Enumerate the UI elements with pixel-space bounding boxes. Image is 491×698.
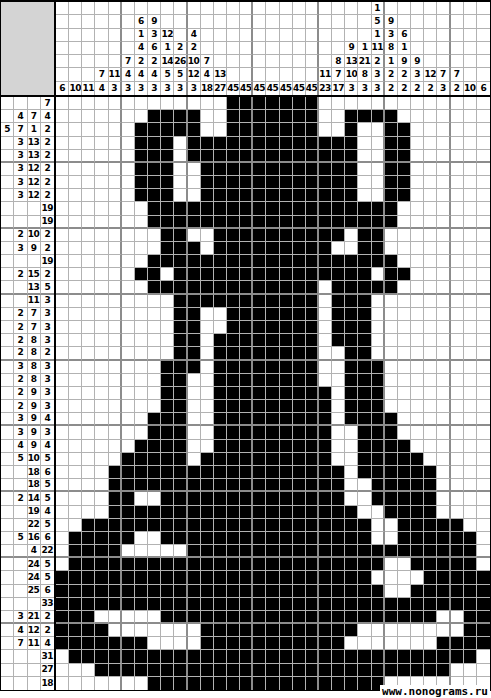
cell[interactable]	[424, 519, 437, 532]
cell[interactable]	[358, 268, 371, 281]
cell[interactable]	[253, 519, 266, 532]
cell[interactable]	[477, 176, 490, 189]
cell[interactable]	[95, 361, 108, 374]
cell[interactable]	[82, 242, 95, 255]
cell[interactable]	[174, 558, 187, 571]
cell[interactable]	[293, 202, 306, 215]
cell[interactable]	[95, 677, 108, 690]
cell[interactable]	[451, 202, 464, 215]
cell[interactable]	[293, 637, 306, 650]
cell[interactable]	[411, 637, 424, 650]
cell[interactable]	[240, 650, 253, 663]
cell[interactable]	[148, 189, 161, 202]
cell[interactable]	[385, 453, 398, 466]
cell[interactable]	[424, 176, 437, 189]
cell[interactable]	[372, 611, 385, 624]
cell[interactable]	[188, 440, 201, 453]
cell[interactable]	[385, 598, 398, 611]
cell[interactable]	[148, 321, 161, 334]
cell[interactable]	[464, 637, 477, 650]
cell[interactable]	[161, 347, 174, 360]
cell[interactable]	[148, 374, 161, 387]
cell[interactable]	[437, 545, 450, 558]
cell[interactable]	[358, 216, 371, 229]
cell[interactable]	[266, 229, 279, 242]
cell[interactable]	[56, 479, 69, 492]
cell[interactable]	[109, 150, 122, 163]
cell[interactable]	[385, 176, 398, 189]
cell[interactable]	[240, 479, 253, 492]
cell[interactable]	[437, 664, 450, 677]
cell[interactable]	[411, 506, 424, 519]
cell[interactable]	[253, 110, 266, 123]
cell[interactable]	[69, 137, 82, 150]
cell[interactable]	[161, 519, 174, 532]
cell[interactable]	[56, 585, 69, 598]
cell[interactable]	[69, 585, 82, 598]
cell[interactable]	[306, 611, 319, 624]
cell[interactable]	[69, 150, 82, 163]
cell[interactable]	[148, 281, 161, 294]
cell[interactable]	[148, 123, 161, 136]
cell[interactable]	[293, 571, 306, 584]
cell[interactable]	[240, 202, 253, 215]
cell[interactable]	[464, 216, 477, 229]
cell[interactable]	[148, 440, 161, 453]
cell[interactable]	[122, 281, 135, 294]
cell[interactable]	[240, 123, 253, 136]
cell[interactable]	[306, 255, 319, 268]
cell[interactable]	[56, 611, 69, 624]
cell[interactable]	[82, 176, 95, 189]
cell[interactable]	[161, 229, 174, 242]
cell[interactable]	[214, 664, 227, 677]
cell[interactable]	[69, 664, 82, 677]
cell[interactable]	[174, 361, 187, 374]
cell[interactable]	[240, 281, 253, 294]
cell[interactable]	[464, 585, 477, 598]
cell[interactable]	[122, 611, 135, 624]
cell[interactable]	[253, 97, 266, 110]
cell[interactable]	[161, 255, 174, 268]
cell[interactable]	[240, 624, 253, 637]
cell[interactable]	[188, 650, 201, 663]
cell[interactable]	[319, 387, 332, 400]
cell[interactable]	[464, 611, 477, 624]
cell[interactable]	[280, 545, 293, 558]
cell[interactable]	[174, 150, 187, 163]
cell[interactable]	[437, 110, 450, 123]
cell[interactable]	[464, 268, 477, 281]
cell[interactable]	[56, 202, 69, 215]
cell[interactable]	[319, 440, 332, 453]
cell[interactable]	[188, 400, 201, 413]
cell[interactable]	[56, 137, 69, 150]
cell[interactable]	[372, 229, 385, 242]
cell[interactable]	[161, 532, 174, 545]
cell[interactable]	[451, 281, 464, 294]
cell[interactable]	[148, 150, 161, 163]
cell[interactable]	[214, 650, 227, 663]
cell[interactable]	[398, 150, 411, 163]
cell[interactable]	[424, 479, 437, 492]
cell[interactable]	[372, 255, 385, 268]
cell[interactable]	[95, 545, 108, 558]
cell[interactable]	[398, 545, 411, 558]
cell[interactable]	[464, 466, 477, 479]
cell[interactable]	[174, 281, 187, 294]
cell[interactable]	[266, 585, 279, 598]
cell[interactable]	[358, 334, 371, 347]
cell[interactable]	[214, 97, 227, 110]
cell[interactable]	[122, 400, 135, 413]
cell[interactable]	[306, 545, 319, 558]
cell[interactable]	[345, 426, 358, 439]
cell[interactable]	[109, 216, 122, 229]
cell[interactable]	[56, 150, 69, 163]
cell[interactable]	[372, 453, 385, 466]
cell[interactable]	[161, 189, 174, 202]
cell[interactable]	[345, 677, 358, 690]
cell[interactable]	[214, 413, 227, 426]
cell[interactable]	[214, 506, 227, 519]
cell[interactable]	[280, 677, 293, 690]
cell[interactable]	[122, 571, 135, 584]
cell[interactable]	[135, 150, 148, 163]
cell[interactable]	[372, 585, 385, 598]
cell[interactable]	[319, 123, 332, 136]
cell[interactable]	[109, 506, 122, 519]
cell[interactable]	[82, 598, 95, 611]
cell[interactable]	[82, 677, 95, 690]
cell[interactable]	[240, 677, 253, 690]
cell[interactable]	[188, 216, 201, 229]
cell[interactable]	[174, 123, 187, 136]
cell[interactable]	[201, 400, 214, 413]
cell[interactable]	[345, 308, 358, 321]
cell[interactable]	[148, 295, 161, 308]
cell[interactable]	[201, 387, 214, 400]
cell[interactable]	[293, 268, 306, 281]
cell[interactable]	[135, 374, 148, 387]
cell[interactable]	[188, 163, 201, 176]
cell[interactable]	[451, 413, 464, 426]
cell[interactable]	[332, 571, 345, 584]
cell[interactable]	[464, 321, 477, 334]
cell[interactable]	[135, 123, 148, 136]
cell[interactable]	[280, 176, 293, 189]
cell[interactable]	[372, 571, 385, 584]
cell[interactable]	[174, 334, 187, 347]
cell[interactable]	[253, 189, 266, 202]
cell[interactable]	[227, 400, 240, 413]
cell[interactable]	[109, 242, 122, 255]
cell[interactable]	[69, 110, 82, 123]
cell[interactable]	[253, 361, 266, 374]
cell[interactable]	[82, 137, 95, 150]
cell[interactable]	[135, 242, 148, 255]
cell[interactable]	[109, 321, 122, 334]
cell[interactable]	[424, 123, 437, 136]
cell[interactable]	[69, 242, 82, 255]
cell[interactable]	[280, 400, 293, 413]
cell[interactable]	[319, 242, 332, 255]
cell[interactable]	[372, 321, 385, 334]
cell[interactable]	[82, 624, 95, 637]
cell[interactable]	[82, 189, 95, 202]
cell[interactable]	[464, 571, 477, 584]
cell[interactable]	[437, 321, 450, 334]
cell[interactable]	[358, 295, 371, 308]
cell[interactable]	[477, 347, 490, 360]
cell[interactable]	[358, 413, 371, 426]
cell[interactable]	[253, 479, 266, 492]
cell[interactable]	[372, 532, 385, 545]
cell[interactable]	[477, 400, 490, 413]
cell[interactable]	[174, 347, 187, 360]
cell[interactable]	[253, 242, 266, 255]
cell[interactable]	[332, 479, 345, 492]
cell[interactable]	[332, 229, 345, 242]
cell[interactable]	[332, 163, 345, 176]
cell[interactable]	[293, 426, 306, 439]
cell[interactable]	[188, 202, 201, 215]
cell[interactable]	[437, 216, 450, 229]
cell[interactable]	[253, 650, 266, 663]
cell[interactable]	[188, 545, 201, 558]
cell[interactable]	[398, 216, 411, 229]
cell[interactable]	[82, 202, 95, 215]
cell[interactable]	[240, 295, 253, 308]
cell[interactable]	[188, 479, 201, 492]
cell[interactable]	[293, 189, 306, 202]
cell[interactable]	[56, 650, 69, 663]
cell[interactable]	[477, 308, 490, 321]
cell[interactable]	[95, 400, 108, 413]
cell[interactable]	[451, 361, 464, 374]
cell[interactable]	[82, 664, 95, 677]
cell[interactable]	[174, 479, 187, 492]
cell[interactable]	[411, 585, 424, 598]
cell[interactable]	[385, 532, 398, 545]
cell[interactable]	[332, 110, 345, 123]
cell[interactable]	[385, 519, 398, 532]
cell[interactable]	[240, 268, 253, 281]
cell[interactable]	[135, 255, 148, 268]
cell[interactable]	[437, 97, 450, 110]
cell[interactable]	[109, 229, 122, 242]
cell[interactable]	[82, 400, 95, 413]
cell[interactable]	[148, 426, 161, 439]
cell[interactable]	[345, 295, 358, 308]
cell[interactable]	[398, 137, 411, 150]
cell[interactable]	[424, 242, 437, 255]
cell[interactable]	[227, 202, 240, 215]
cell[interactable]	[280, 163, 293, 176]
cell[interactable]	[109, 202, 122, 215]
cell[interactable]	[293, 492, 306, 505]
cell[interactable]	[253, 123, 266, 136]
cell[interactable]	[188, 361, 201, 374]
cell[interactable]	[280, 202, 293, 215]
cell[interactable]	[385, 492, 398, 505]
cell[interactable]	[451, 492, 464, 505]
cell[interactable]	[188, 229, 201, 242]
cell[interactable]	[451, 571, 464, 584]
cell[interactable]	[174, 637, 187, 650]
cell[interactable]	[253, 308, 266, 321]
cell[interactable]	[148, 176, 161, 189]
cell[interactable]	[424, 110, 437, 123]
cell[interactable]	[135, 624, 148, 637]
cell[interactable]	[306, 361, 319, 374]
cell[interactable]	[319, 216, 332, 229]
cell[interactable]	[188, 242, 201, 255]
cell[interactable]	[385, 466, 398, 479]
cell[interactable]	[385, 387, 398, 400]
cell[interactable]	[201, 466, 214, 479]
cell[interactable]	[385, 150, 398, 163]
cell[interactable]	[437, 571, 450, 584]
cell[interactable]	[148, 268, 161, 281]
cell[interactable]	[174, 413, 187, 426]
cell[interactable]	[464, 110, 477, 123]
cell[interactable]	[135, 413, 148, 426]
cell[interactable]	[293, 532, 306, 545]
cell[interactable]	[477, 479, 490, 492]
cell[interactable]	[56, 229, 69, 242]
cell[interactable]	[82, 123, 95, 136]
cell[interactable]	[161, 216, 174, 229]
cell[interactable]	[188, 532, 201, 545]
cell[interactable]	[253, 229, 266, 242]
cell[interactable]	[253, 611, 266, 624]
cell[interactable]	[464, 242, 477, 255]
cell[interactable]	[398, 202, 411, 215]
cell[interactable]	[332, 150, 345, 163]
cell[interactable]	[188, 664, 201, 677]
cell[interactable]	[398, 664, 411, 677]
cell[interactable]	[437, 150, 450, 163]
cell[interactable]	[95, 426, 108, 439]
cell[interactable]	[451, 426, 464, 439]
cell[interactable]	[319, 229, 332, 242]
cell[interactable]	[227, 242, 240, 255]
cell[interactable]	[227, 585, 240, 598]
cell[interactable]	[464, 137, 477, 150]
cell[interactable]	[306, 347, 319, 360]
cell[interactable]	[293, 585, 306, 598]
cell[interactable]	[345, 479, 358, 492]
cell[interactable]	[437, 506, 450, 519]
cell[interactable]	[148, 308, 161, 321]
cell[interactable]	[385, 281, 398, 294]
cell[interactable]	[188, 308, 201, 321]
cell[interactable]	[240, 400, 253, 413]
cell[interactable]	[332, 440, 345, 453]
cell[interactable]	[385, 347, 398, 360]
cell[interactable]	[82, 413, 95, 426]
cell[interactable]	[109, 532, 122, 545]
cell[interactable]	[280, 532, 293, 545]
cell[interactable]	[214, 519, 227, 532]
cell[interactable]	[135, 611, 148, 624]
cell[interactable]	[227, 558, 240, 571]
cell[interactable]	[135, 281, 148, 294]
cell[interactable]	[477, 361, 490, 374]
cell[interactable]	[174, 440, 187, 453]
cell[interactable]	[69, 268, 82, 281]
cell[interactable]	[95, 137, 108, 150]
cell[interactable]	[148, 334, 161, 347]
cell[interactable]	[122, 137, 135, 150]
cell[interactable]	[372, 347, 385, 360]
cell[interactable]	[424, 189, 437, 202]
cell[interactable]	[424, 492, 437, 505]
cell[interactable]	[148, 466, 161, 479]
cell[interactable]	[464, 532, 477, 545]
cell[interactable]	[477, 664, 490, 677]
cell[interactable]	[95, 532, 108, 545]
cell[interactable]	[148, 361, 161, 374]
cell[interactable]	[227, 426, 240, 439]
cell[interactable]	[319, 519, 332, 532]
cell[interactable]	[201, 229, 214, 242]
cell[interactable]	[69, 466, 82, 479]
cell[interactable]	[451, 295, 464, 308]
cell[interactable]	[424, 440, 437, 453]
cell[interactable]	[214, 440, 227, 453]
cell[interactable]	[345, 400, 358, 413]
cell[interactable]	[437, 519, 450, 532]
cell[interactable]	[135, 334, 148, 347]
cell[interactable]	[398, 571, 411, 584]
cell[interactable]	[411, 664, 424, 677]
cell[interactable]	[201, 506, 214, 519]
cell[interactable]	[122, 492, 135, 505]
cell[interactable]	[109, 176, 122, 189]
cell[interactable]	[345, 202, 358, 215]
cell[interactable]	[293, 216, 306, 229]
cell[interactable]	[411, 466, 424, 479]
cell[interactable]	[82, 347, 95, 360]
cell[interactable]	[82, 295, 95, 308]
cell[interactable]	[161, 295, 174, 308]
cell[interactable]	[293, 321, 306, 334]
cell[interactable]	[372, 308, 385, 321]
cell[interactable]	[345, 545, 358, 558]
cell[interactable]	[253, 202, 266, 215]
cell[interactable]	[451, 321, 464, 334]
cell[interactable]	[214, 492, 227, 505]
cell[interactable]	[398, 637, 411, 650]
cell[interactable]	[56, 558, 69, 571]
cell[interactable]	[372, 387, 385, 400]
cell[interactable]	[122, 268, 135, 281]
cell[interactable]	[253, 400, 266, 413]
cell[interactable]	[385, 506, 398, 519]
cell[interactable]	[148, 598, 161, 611]
cell[interactable]	[148, 558, 161, 571]
cell[interactable]	[214, 255, 227, 268]
cell[interactable]	[477, 387, 490, 400]
cell[interactable]	[201, 479, 214, 492]
cell[interactable]	[201, 216, 214, 229]
cell[interactable]	[253, 440, 266, 453]
cell[interactable]	[332, 598, 345, 611]
cell[interactable]	[56, 387, 69, 400]
cell[interactable]	[293, 308, 306, 321]
